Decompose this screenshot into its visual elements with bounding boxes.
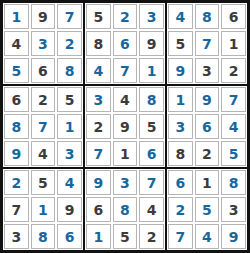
sudoku-cell[interactable]: 8: [31, 224, 56, 249]
sudoku-cell[interactable]: 1: [4, 4, 29, 29]
sudoku-cell[interactable]: 2: [113, 4, 138, 29]
sudoku-box: 486571932: [166, 2, 248, 85]
sudoku-cell[interactable]: 6: [57, 224, 82, 249]
sudoku-cell[interactable]: 6: [86, 197, 111, 222]
sudoku-box: 254719386: [2, 168, 84, 251]
sudoku-cell[interactable]: 3: [168, 114, 193, 139]
sudoku-cell[interactable]: 5: [139, 114, 164, 139]
sudoku-cell[interactable]: 5: [195, 197, 220, 222]
sudoku-cell[interactable]: 9: [57, 197, 82, 222]
sudoku-cell[interactable]: 1: [139, 58, 164, 83]
sudoku-cell[interactable]: 8: [195, 4, 220, 29]
sudoku-cell[interactable]: 5: [57, 87, 82, 112]
sudoku-cell[interactable]: 8: [86, 31, 111, 56]
sudoku-cell[interactable]: 7: [4, 197, 29, 222]
sudoku-cell[interactable]: 8: [139, 87, 164, 112]
sudoku-cell[interactable]: 4: [139, 197, 164, 222]
sudoku-cell[interactable]: 4: [57, 170, 82, 195]
sudoku-cell[interactable]: 1: [86, 224, 111, 249]
sudoku-cell[interactable]: 4: [195, 224, 220, 249]
sudoku-cell[interactable]: 2: [139, 224, 164, 249]
sudoku-cell[interactable]: 5: [221, 141, 246, 166]
sudoku-cell[interactable]: 5: [4, 58, 29, 83]
sudoku-cell[interactable]: 7: [57, 4, 82, 29]
sudoku-cell[interactable]: 4: [4, 31, 29, 56]
sudoku-cell[interactable]: 6: [139, 141, 164, 166]
sudoku-cell[interactable]: 4: [113, 87, 138, 112]
sudoku-cell[interactable]: 2: [221, 58, 246, 83]
sudoku-board: 1974325685238694714865719326258719433482…: [0, 0, 250, 253]
sudoku-cell[interactable]: 2: [4, 170, 29, 195]
sudoku-cell[interactable]: 3: [86, 87, 111, 112]
sudoku-cell[interactable]: 1: [195, 170, 220, 195]
sudoku-box: 197364825: [166, 85, 248, 168]
sudoku-cell[interactable]: 3: [139, 4, 164, 29]
sudoku-cell[interactable]: 8: [221, 170, 246, 195]
sudoku-cell[interactable]: 3: [57, 141, 82, 166]
sudoku-cell[interactable]: 8: [4, 114, 29, 139]
sudoku-cell[interactable]: 4: [221, 114, 246, 139]
sudoku-cell[interactable]: 7: [195, 31, 220, 56]
sudoku-cell[interactable]: 2: [57, 31, 82, 56]
sudoku-cell[interactable]: 9: [113, 114, 138, 139]
sudoku-cell[interactable]: 3: [221, 197, 246, 222]
sudoku-cell[interactable]: 3: [4, 224, 29, 249]
sudoku-cell[interactable]: 7: [31, 114, 56, 139]
sudoku-cell[interactable]: 8: [57, 58, 82, 83]
sudoku-cell[interactable]: 2: [195, 141, 220, 166]
sudoku-cell[interactable]: 9: [4, 141, 29, 166]
sudoku-cell[interactable]: 6: [31, 58, 56, 83]
sudoku-cell[interactable]: 5: [86, 4, 111, 29]
sudoku-cell[interactable]: 7: [168, 224, 193, 249]
sudoku-cell[interactable]: 9: [86, 170, 111, 195]
sudoku-cell[interactable]: 6: [4, 87, 29, 112]
sudoku-box: 937684152: [84, 168, 166, 251]
sudoku-cell[interactable]: 7: [221, 87, 246, 112]
sudoku-cell[interactable]: 6: [221, 4, 246, 29]
sudoku-cell[interactable]: 4: [31, 141, 56, 166]
sudoku-cell[interactable]: 7: [139, 170, 164, 195]
sudoku-cell[interactable]: 4: [86, 58, 111, 83]
sudoku-cell[interactable]: 1: [221, 31, 246, 56]
sudoku-box: 197432568: [2, 2, 84, 85]
sudoku-cell[interactable]: 9: [31, 4, 56, 29]
sudoku-cell[interactable]: 1: [168, 87, 193, 112]
sudoku-cell[interactable]: 9: [139, 31, 164, 56]
sudoku-box: 618253749: [166, 168, 248, 251]
sudoku-cell[interactable]: 5: [168, 31, 193, 56]
sudoku-cell[interactable]: 6: [113, 31, 138, 56]
sudoku-cell[interactable]: 1: [31, 197, 56, 222]
sudoku-cell[interactable]: 3: [195, 58, 220, 83]
sudoku-box: 625871943: [2, 85, 84, 168]
sudoku-cell[interactable]: 6: [195, 114, 220, 139]
sudoku-cell[interactable]: 2: [31, 87, 56, 112]
sudoku-cell[interactable]: 1: [57, 114, 82, 139]
sudoku-cell[interactable]: 2: [168, 197, 193, 222]
sudoku-cell[interactable]: 5: [113, 224, 138, 249]
sudoku-cell[interactable]: 9: [221, 224, 246, 249]
sudoku-cell[interactable]: 3: [31, 31, 56, 56]
sudoku-cell[interactable]: 5: [31, 170, 56, 195]
sudoku-cell[interactable]: 2: [86, 114, 111, 139]
sudoku-cell[interactable]: 7: [113, 58, 138, 83]
sudoku-cell[interactable]: 1: [113, 141, 138, 166]
sudoku-cell[interactable]: 7: [86, 141, 111, 166]
sudoku-cell[interactable]: 8: [168, 141, 193, 166]
sudoku-cell[interactable]: 6: [168, 170, 193, 195]
sudoku-cell[interactable]: 8: [113, 197, 138, 222]
sudoku-cell[interactable]: 4: [168, 4, 193, 29]
sudoku-cell[interactable]: 3: [113, 170, 138, 195]
sudoku-box: 348295716: [84, 85, 166, 168]
sudoku-cell[interactable]: 9: [195, 87, 220, 112]
sudoku-box: 523869471: [84, 2, 166, 85]
sudoku-cell[interactable]: 9: [168, 58, 193, 83]
